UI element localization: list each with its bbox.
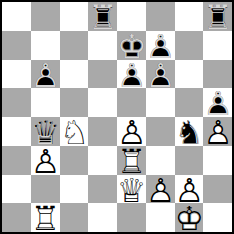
black-rook-outline-icon: ♖ <box>203 1 233 34</box>
white-king-icon: ♚ <box>175 202 205 234</box>
square-d6[interactable] <box>88 60 117 89</box>
white-pawn-outline-icon: ♙ <box>117 116 147 149</box>
white-knight-outline-icon: ♘ <box>60 116 90 149</box>
white-king-outline-icon: ♔ <box>175 202 205 234</box>
black-pawn-outline-icon: ♙ <box>117 59 147 92</box>
black-rook-outline-icon: ♖ <box>88 1 118 34</box>
white-pawn-outline-icon: ♙ <box>146 174 176 207</box>
square-e5[interactable] <box>117 88 146 117</box>
square-h7[interactable] <box>203 31 232 60</box>
white-pawn-outline-icon: ♙ <box>31 145 61 178</box>
black-queen-piece: ♛♕ <box>31 117 60 146</box>
white-knight-icon: ♞ <box>60 116 90 149</box>
square-b1[interactable]: ♜♖ <box>31 203 60 232</box>
square-b4[interactable]: ♛♕ <box>31 117 60 146</box>
square-b2[interactable] <box>31 175 60 204</box>
square-g2[interactable]: ♟♙ <box>175 175 204 204</box>
square-c8[interactable] <box>60 2 89 31</box>
square-g8[interactable] <box>175 2 204 31</box>
white-rook-icon: ♜ <box>31 202 61 234</box>
square-f5[interactable] <box>146 88 175 117</box>
square-f4[interactable] <box>146 117 175 146</box>
white-pawn-icon: ♟ <box>117 116 147 149</box>
black-queen-icon: ♛ <box>31 116 61 149</box>
square-d1[interactable] <box>88 203 117 232</box>
square-f6[interactable]: ♟♙ <box>146 60 175 89</box>
square-c3[interactable] <box>60 146 89 175</box>
black-rook-icon: ♜ <box>203 1 233 34</box>
square-b6[interactable]: ♟♙ <box>31 60 60 89</box>
square-a1[interactable] <box>2 203 31 232</box>
square-g1[interactable]: ♚♔ <box>175 203 204 232</box>
white-knight-piece: ♞♘ <box>60 117 89 146</box>
black-queen-outline-icon: ♕ <box>31 116 61 149</box>
square-e2[interactable]: ♛♕ <box>117 175 146 204</box>
square-h1[interactable] <box>203 203 232 232</box>
black-rook-piece: ♜♖ <box>203 2 232 31</box>
square-e7[interactable]: ♚♔ <box>117 31 146 60</box>
square-a7[interactable] <box>2 31 31 60</box>
black-pawn-piece: ♟♙ <box>146 60 175 89</box>
white-pawn-outline-icon: ♙ <box>175 174 205 207</box>
square-f8[interactable] <box>146 2 175 31</box>
white-pawn-icon: ♟ <box>31 145 61 178</box>
black-rook-icon: ♜ <box>88 1 118 34</box>
black-pawn-piece: ♟♙ <box>203 88 232 117</box>
square-e1[interactable] <box>117 203 146 232</box>
square-d8[interactable]: ♜♖ <box>88 2 117 31</box>
square-d5[interactable] <box>88 88 117 117</box>
white-king-piece: ♚♔ <box>175 203 204 232</box>
black-pawn-piece: ♟♙ <box>117 60 146 89</box>
square-c7[interactable] <box>60 31 89 60</box>
white-pawn-piece: ♟♙ <box>175 175 204 204</box>
square-c5[interactable] <box>60 88 89 117</box>
square-d3[interactable] <box>88 146 117 175</box>
square-d7[interactable] <box>88 31 117 60</box>
white-pawn-piece: ♟♙ <box>117 117 146 146</box>
square-h4[interactable]: ♟♙ <box>203 117 232 146</box>
square-a5[interactable] <box>2 88 31 117</box>
square-b5[interactable] <box>31 88 60 117</box>
square-g3[interactable] <box>175 146 204 175</box>
square-g6[interactable] <box>175 60 204 89</box>
black-pawn-piece: ♟♙ <box>146 31 175 60</box>
square-b8[interactable] <box>31 2 60 31</box>
square-c2[interactable] <box>60 175 89 204</box>
square-a4[interactable] <box>2 117 31 146</box>
square-c1[interactable] <box>60 203 89 232</box>
black-pawn-icon: ♟ <box>117 59 147 92</box>
square-a2[interactable] <box>2 175 31 204</box>
white-pawn-outline-icon: ♙ <box>203 116 233 149</box>
black-pawn-piece: ♟♙ <box>31 60 60 89</box>
square-c4[interactable]: ♞♘ <box>60 117 89 146</box>
chess-board: ♜♖♜♖♚♔♟♙♟♙♟♙♟♙♟♙♛♕♞♘♟♙♞♘♟♙♟♙♜♖♛♕♟♙♟♙♜♖♚♔ <box>0 0 234 234</box>
square-f1[interactable] <box>146 203 175 232</box>
black-pawn-icon: ♟ <box>146 59 176 92</box>
black-king-piece: ♚♔ <box>117 31 146 60</box>
square-e4[interactable]: ♟♙ <box>117 117 146 146</box>
black-pawn-outline-icon: ♙ <box>203 87 233 120</box>
black-pawn-outline-icon: ♙ <box>146 30 176 63</box>
white-queen-icon: ♛ <box>117 174 147 207</box>
square-h8[interactable]: ♜♖ <box>203 2 232 31</box>
square-e6[interactable]: ♟♙ <box>117 60 146 89</box>
white-pawn-icon: ♟ <box>203 116 233 149</box>
black-pawn-outline-icon: ♙ <box>31 59 61 92</box>
square-g7[interactable] <box>175 31 204 60</box>
white-pawn-piece: ♟♙ <box>146 175 175 204</box>
square-h3[interactable] <box>203 146 232 175</box>
square-h2[interactable] <box>203 175 232 204</box>
black-knight-outline-icon: ♘ <box>175 116 205 149</box>
white-rook-piece: ♜♖ <box>117 146 146 175</box>
square-c6[interactable] <box>60 60 89 89</box>
white-pawn-piece: ♟♙ <box>31 146 60 175</box>
black-king-icon: ♚ <box>117 30 147 63</box>
black-pawn-outline-icon: ♙ <box>146 59 176 92</box>
square-f2[interactable]: ♟♙ <box>146 175 175 204</box>
square-g5[interactable] <box>175 88 204 117</box>
square-f7[interactable]: ♟♙ <box>146 31 175 60</box>
black-knight-piece: ♞♘ <box>175 117 204 146</box>
black-king-outline-icon: ♔ <box>117 30 147 63</box>
square-g4[interactable]: ♞♘ <box>175 117 204 146</box>
square-f3[interactable] <box>146 146 175 175</box>
square-a3[interactable] <box>2 146 31 175</box>
black-pawn-icon: ♟ <box>203 87 233 120</box>
white-queen-outline-icon: ♕ <box>117 174 147 207</box>
square-d4[interactable] <box>88 117 117 146</box>
square-a8[interactable] <box>2 2 31 31</box>
square-h6[interactable] <box>203 60 232 89</box>
square-b7[interactable] <box>31 31 60 60</box>
square-b3[interactable]: ♟♙ <box>31 146 60 175</box>
square-h5[interactable]: ♟♙ <box>203 88 232 117</box>
white-pawn-icon: ♟ <box>175 174 205 207</box>
white-rook-outline-icon: ♖ <box>31 202 61 234</box>
black-pawn-icon: ♟ <box>146 30 176 63</box>
white-pawn-icon: ♟ <box>146 174 176 207</box>
white-rook-outline-icon: ♖ <box>117 145 147 178</box>
square-d2[interactable] <box>88 175 117 204</box>
white-rook-piece: ♜♖ <box>31 203 60 232</box>
square-e8[interactable] <box>117 2 146 31</box>
black-knight-icon: ♞ <box>175 116 205 149</box>
white-pawn-piece: ♟♙ <box>203 117 232 146</box>
white-queen-piece: ♛♕ <box>117 175 146 204</box>
white-rook-icon: ♜ <box>117 145 147 178</box>
black-rook-piece: ♜♖ <box>88 2 117 31</box>
black-pawn-icon: ♟ <box>31 59 61 92</box>
chess-board-grid: ♜♖♜♖♚♔♟♙♟♙♟♙♟♙♟♙♛♕♞♘♟♙♞♘♟♙♟♙♜♖♛♕♟♙♟♙♜♖♚♔ <box>2 2 232 232</box>
square-a6[interactable] <box>2 60 31 89</box>
square-e3[interactable]: ♜♖ <box>117 146 146 175</box>
